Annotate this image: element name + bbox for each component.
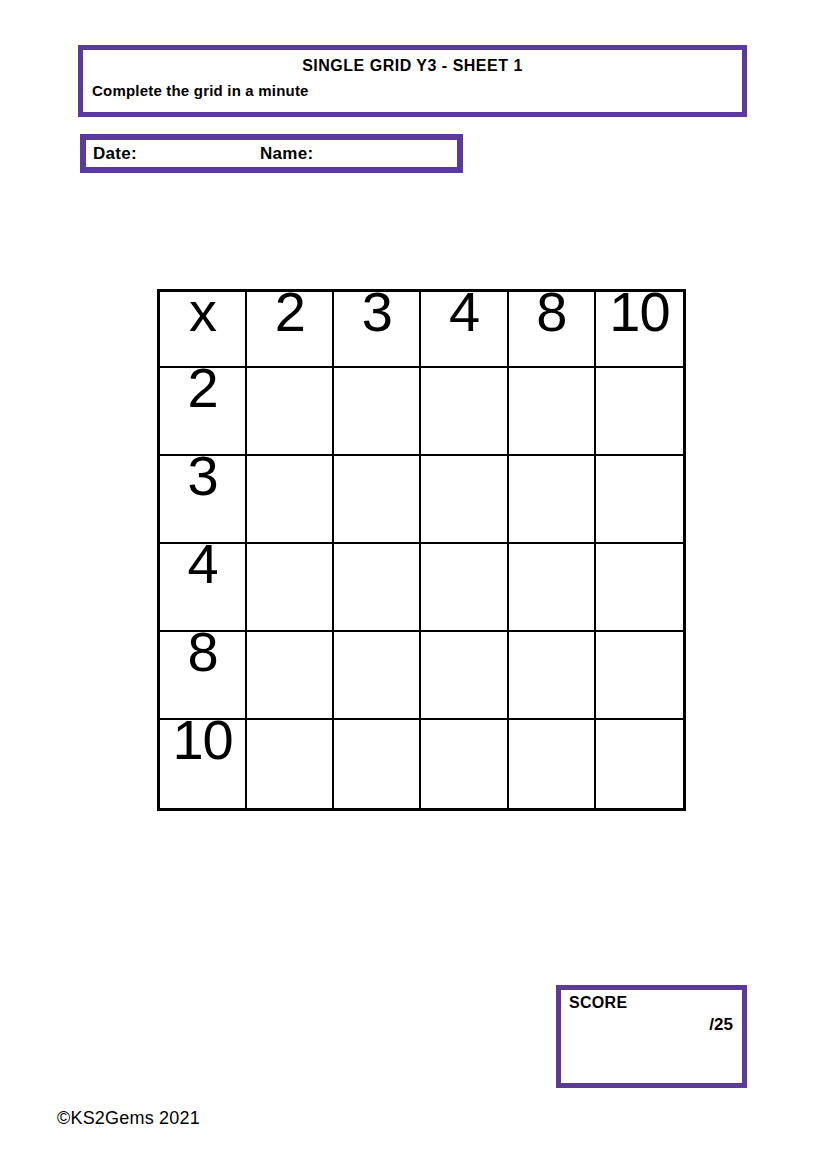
name-label: Name:: [260, 144, 313, 164]
header-number: 4: [449, 292, 479, 340]
grid-col-header-4: 4: [421, 292, 508, 368]
header-number: 2: [275, 292, 305, 340]
worksheet-page: SINGLE GRID Y3 - SHEET 1 Complete the gr…: [0, 0, 827, 1170]
grid-row-header-10: 10: [160, 720, 247, 808]
multiplication-grid: x234810234810: [157, 289, 686, 811]
grid-answer-cell-r2c1[interactable]: [247, 456, 334, 544]
grid-answer-cell-r4c3[interactable]: [421, 632, 508, 720]
score-value: /25: [561, 1015, 733, 1035]
operator-glyph: x: [189, 292, 216, 340]
grid-answer-cell-r5c1[interactable]: [247, 720, 334, 808]
grid-answer-cell-r3c2[interactable]: [334, 544, 421, 632]
title-box: SINGLE GRID Y3 - SHEET 1 Complete the gr…: [78, 45, 747, 117]
page-title: SINGLE GRID Y3 - SHEET 1: [83, 57, 742, 75]
grid-answer-cell-r3c5[interactable]: [596, 544, 683, 632]
grid-answer-cell-r2c2[interactable]: [334, 456, 421, 544]
grid-answer-cell-r2c3[interactable]: [421, 456, 508, 544]
header-number: 2: [188, 368, 218, 416]
header-number: 3: [362, 292, 392, 340]
grid-answer-cell-r5c3[interactable]: [421, 720, 508, 808]
grid-answer-cell-r3c4[interactable]: [509, 544, 596, 632]
grid-col-header-10: 10: [596, 292, 683, 368]
grid-answer-cell-r4c1[interactable]: [247, 632, 334, 720]
grid-answer-cell-r5c2[interactable]: [334, 720, 421, 808]
header-number: 8: [188, 632, 218, 680]
grid-answer-cell-r1c3[interactable]: [421, 368, 508, 456]
grid-answer-cell-r3c3[interactable]: [421, 544, 508, 632]
grid-answer-cell-r1c5[interactable]: [596, 368, 683, 456]
grid-answer-cell-r4c4[interactable]: [509, 632, 596, 720]
score-label: SCORE: [569, 994, 742, 1012]
grid-answer-cell-r5c5[interactable]: [596, 720, 683, 808]
grid-answer-cell-r2c4[interactable]: [509, 456, 596, 544]
grid-operator-cell: x: [160, 292, 247, 368]
header-number: 10: [609, 292, 669, 340]
header-number: 8: [536, 292, 566, 340]
grid-col-header-3: 3: [334, 292, 421, 368]
grid-row-header-8: 8: [160, 632, 247, 720]
grid-answer-cell-r2c5[interactable]: [596, 456, 683, 544]
header-number: 10: [172, 720, 232, 768]
grid-answer-cell-r1c2[interactable]: [334, 368, 421, 456]
header-number: 4: [188, 544, 218, 592]
score-box: SCORE /25: [556, 985, 747, 1088]
header-number: 3: [188, 456, 218, 504]
grid-answer-cell-r1c1[interactable]: [247, 368, 334, 456]
grid-row-header-3: 3: [160, 456, 247, 544]
grid-row-header-4: 4: [160, 544, 247, 632]
grid-answer-cell-r5c4[interactable]: [509, 720, 596, 808]
date-label: Date:: [93, 144, 137, 164]
grid-answer-cell-r4c2[interactable]: [334, 632, 421, 720]
grid-answer-cell-r3c1[interactable]: [247, 544, 334, 632]
date-name-box: Date: Name:: [80, 134, 463, 173]
copyright-text: ©KS2Gems 2021: [57, 1108, 200, 1129]
grid-col-header-8: 8: [509, 292, 596, 368]
page-subtitle: Complete the grid in a minute: [92, 82, 742, 99]
grid-answer-cell-r4c5[interactable]: [596, 632, 683, 720]
grid-col-header-2: 2: [247, 292, 334, 368]
grid-answer-cell-r1c4[interactable]: [509, 368, 596, 456]
grid-row-header-2: 2: [160, 368, 247, 456]
